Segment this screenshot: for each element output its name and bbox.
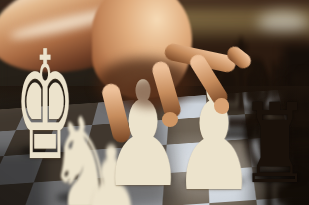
- vignette: [0, 0, 309, 205]
- chess-photo-scene: ♚♝♞♚♛♜♟♚♞♟♟: [0, 0, 309, 205]
